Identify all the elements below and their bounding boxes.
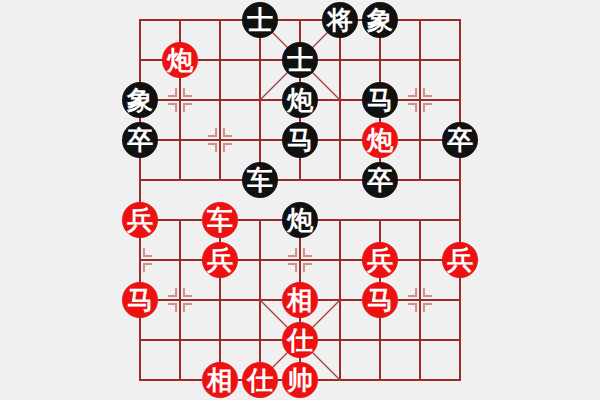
piece-black-soldier[interactable]: 卒 [442,122,478,158]
piece-red-advisor[interactable]: 仕 [282,322,318,358]
piece-red-horse[interactable]: 马 [362,282,398,318]
piece-black-general[interactable]: 将 [322,2,358,38]
piece-black-soldier[interactable]: 卒 [122,122,158,158]
piece-black-horse[interactable]: 马 [362,82,398,118]
piece-black-chariot[interactable]: 车 [242,162,278,198]
piece-red-cannon[interactable]: 炮 [362,122,398,158]
piece-black-elephant[interactable]: 象 [122,82,158,118]
piece-black-horse[interactable]: 马 [282,122,318,158]
pieces-grid: 士将象炮士象炮马卒马炮卒车卒兵车炮兵兵兵马相马仕相仕帅 [120,0,480,400]
piece-red-soldier[interactable]: 兵 [442,242,478,278]
piece-red-soldier[interactable]: 兵 [122,202,158,238]
piece-black-advisor[interactable]: 士 [242,2,278,38]
piece-red-chariot[interactable]: 车 [202,202,238,238]
piece-red-elephant[interactable]: 相 [202,362,238,398]
piece-black-cannon[interactable]: 炮 [282,82,318,118]
piece-red-elephant[interactable]: 相 [282,282,318,318]
piece-red-horse[interactable]: 马 [122,282,158,318]
piece-black-elephant[interactable]: 象 [362,2,398,38]
piece-red-advisor[interactable]: 仕 [242,362,278,398]
piece-red-general[interactable]: 帅 [282,362,318,398]
piece-red-soldier[interactable]: 兵 [202,242,238,278]
xiangqi-board: 士将象炮士象炮马卒马炮卒车卒兵车炮兵兵兵马相马仕相仕帅 [0,0,600,400]
piece-black-soldier[interactable]: 卒 [362,162,398,198]
piece-red-soldier[interactable]: 兵 [362,242,398,278]
piece-black-cannon[interactable]: 炮 [282,202,318,238]
piece-black-advisor[interactable]: 士 [282,42,318,78]
piece-red-cannon[interactable]: 炮 [162,42,198,78]
